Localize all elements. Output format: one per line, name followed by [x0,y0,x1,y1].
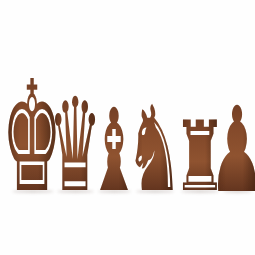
chess-pieces-photo: ♚ ♛ ♝ ♞ ♜ ♟ [0,0,255,255]
pawn-piece: ♟ [208,91,255,209]
